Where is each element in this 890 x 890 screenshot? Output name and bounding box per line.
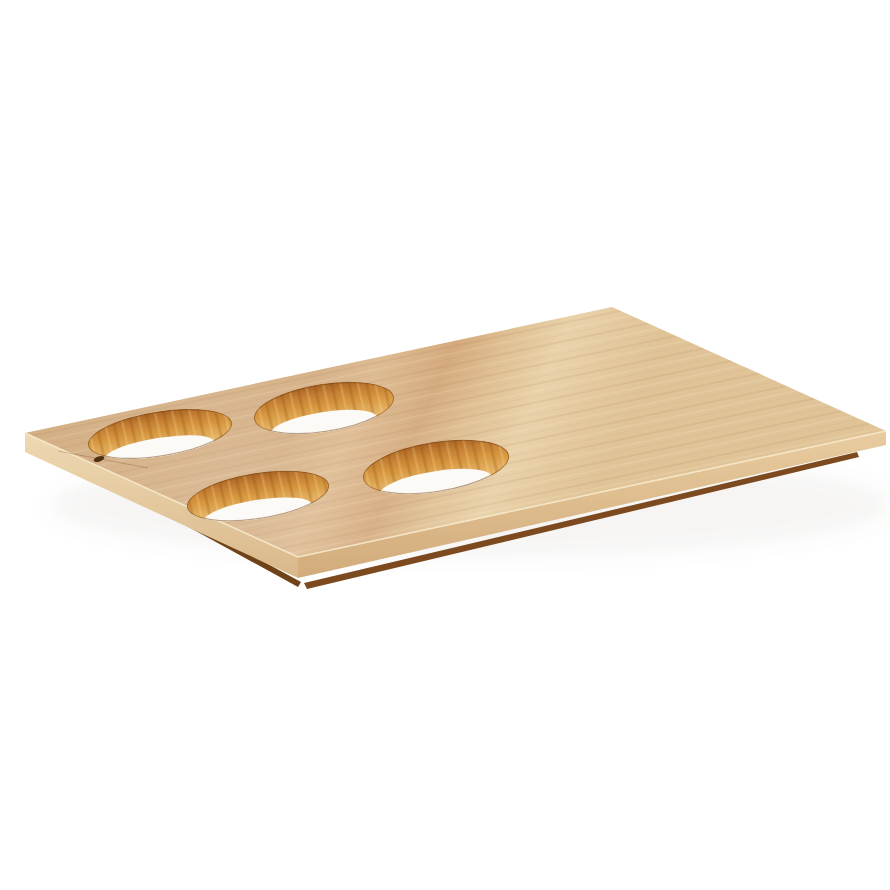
- product-photo-svg: [0, 0, 890, 890]
- product-photo: [0, 0, 890, 890]
